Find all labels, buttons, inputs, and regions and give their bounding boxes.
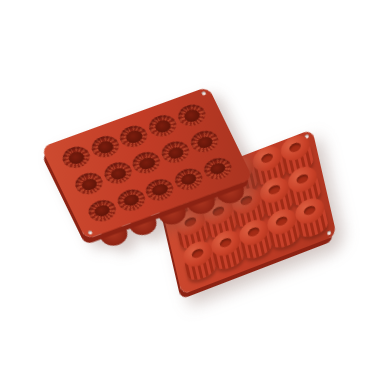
fluted-cavity xyxy=(200,154,235,182)
hanging-hole xyxy=(87,230,93,235)
product-photo xyxy=(0,0,388,388)
hanging-hole xyxy=(201,91,207,96)
mold-cell xyxy=(295,200,330,242)
